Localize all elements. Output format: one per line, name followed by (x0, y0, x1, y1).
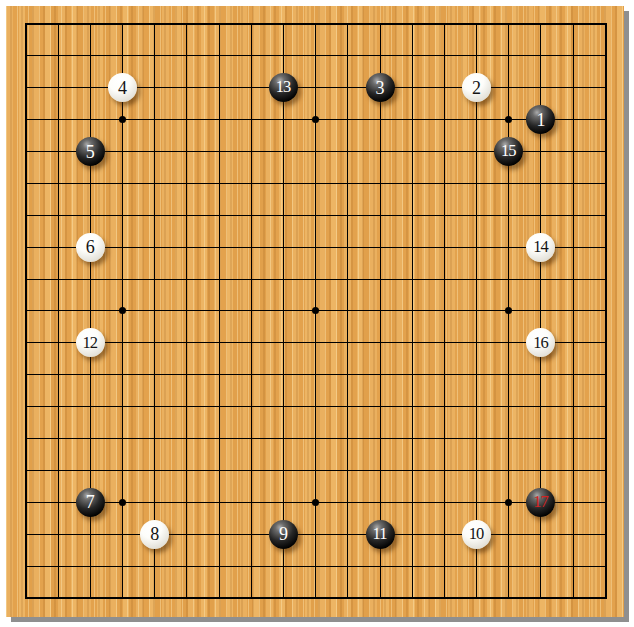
intersection-T11[interactable] (589, 263, 621, 295)
intersection-S13[interactable] (557, 199, 589, 231)
intersection-S10[interactable] (557, 295, 589, 327)
intersection-G15[interactable] (203, 136, 235, 168)
intersection-C17[interactable] (74, 72, 106, 104)
intersection-K6[interactable] (300, 423, 332, 455)
intersection-K16[interactable] (300, 104, 332, 136)
intersection-B15[interactable] (42, 136, 74, 168)
intersection-G5[interactable] (203, 454, 235, 486)
intersection-J15[interactable] (267, 136, 299, 168)
intersection-M4[interactable] (364, 486, 396, 518)
intersection-E7[interactable] (139, 391, 171, 423)
intersection-G3[interactable] (203, 518, 235, 550)
intersection-L7[interactable] (332, 391, 364, 423)
intersection-T16[interactable] (589, 104, 621, 136)
intersection-O16[interactable] (428, 104, 460, 136)
intersection-O14[interactable] (428, 167, 460, 199)
intersection-H17[interactable] (235, 72, 267, 104)
intersection-G6[interactable] (203, 423, 235, 455)
intersection-G2[interactable] (203, 550, 235, 582)
intersection-C6[interactable] (74, 423, 106, 455)
intersection-P11[interactable] (461, 263, 493, 295)
intersection-T19[interactable] (589, 8, 621, 40)
intersection-B2[interactable] (42, 550, 74, 582)
intersection-C16[interactable] (74, 104, 106, 136)
intersection-K13[interactable] (300, 199, 332, 231)
intersection-T5[interactable] (589, 454, 621, 486)
intersection-T2[interactable] (589, 550, 621, 582)
intersection-G1[interactable] (203, 582, 235, 614)
intersection-L18[interactable] (332, 40, 364, 72)
intersection-K2[interactable] (300, 550, 332, 582)
intersection-C15[interactable]: 5 (74, 136, 106, 168)
intersection-O3[interactable] (428, 518, 460, 550)
intersection-T10[interactable] (589, 295, 621, 327)
intersection-E4[interactable] (139, 486, 171, 518)
intersection-P1[interactable] (461, 582, 493, 614)
intersection-F18[interactable] (171, 40, 203, 72)
intersection-G4[interactable] (203, 486, 235, 518)
intersection-J16[interactable] (267, 104, 299, 136)
intersection-Q2[interactable] (493, 550, 525, 582)
intersection-R18[interactable] (525, 40, 557, 72)
intersection-F6[interactable] (171, 423, 203, 455)
intersection-D10[interactable] (106, 295, 138, 327)
intersection-P9[interactable] (461, 327, 493, 359)
intersection-N13[interactable] (396, 199, 428, 231)
intersection-M6[interactable] (364, 423, 396, 455)
intersection-P3[interactable]: 10 (461, 518, 493, 550)
intersection-G10[interactable] (203, 295, 235, 327)
intersection-N12[interactable] (396, 231, 428, 263)
intersection-P14[interactable] (461, 167, 493, 199)
intersection-B16[interactable] (42, 104, 74, 136)
intersection-N11[interactable] (396, 263, 428, 295)
intersection-H13[interactable] (235, 199, 267, 231)
intersection-R11[interactable] (525, 263, 557, 295)
intersection-L2[interactable] (332, 550, 364, 582)
intersection-C12[interactable]: 6 (74, 231, 106, 263)
intersection-G14[interactable] (203, 167, 235, 199)
intersection-H18[interactable] (235, 40, 267, 72)
intersection-H3[interactable] (235, 518, 267, 550)
intersection-F3[interactable] (171, 518, 203, 550)
intersection-K14[interactable] (300, 167, 332, 199)
intersection-S4[interactable] (557, 486, 589, 518)
intersection-C8[interactable] (74, 359, 106, 391)
intersection-J8[interactable] (267, 359, 299, 391)
intersection-D5[interactable] (106, 454, 138, 486)
intersection-H2[interactable] (235, 550, 267, 582)
intersection-C7[interactable] (74, 391, 106, 423)
intersection-P19[interactable] (461, 8, 493, 40)
intersection-E5[interactable] (139, 454, 171, 486)
intersection-L17[interactable] (332, 72, 364, 104)
intersection-O9[interactable] (428, 327, 460, 359)
intersection-G18[interactable] (203, 40, 235, 72)
intersection-B13[interactable] (42, 199, 74, 231)
intersection-C19[interactable] (74, 8, 106, 40)
intersection-O2[interactable] (428, 550, 460, 582)
intersection-B19[interactable] (42, 8, 74, 40)
intersection-J18[interactable] (267, 40, 299, 72)
intersection-M16[interactable] (364, 104, 396, 136)
intersection-R2[interactable] (525, 550, 557, 582)
intersection-G19[interactable] (203, 8, 235, 40)
intersection-F9[interactable] (171, 327, 203, 359)
intersection-F8[interactable] (171, 359, 203, 391)
intersection-B18[interactable] (42, 40, 74, 72)
intersection-L19[interactable] (332, 8, 364, 40)
intersection-R5[interactable] (525, 454, 557, 486)
intersection-F16[interactable] (171, 104, 203, 136)
intersection-F12[interactable] (171, 231, 203, 263)
intersection-P8[interactable] (461, 359, 493, 391)
intersection-Q10[interactable] (493, 295, 525, 327)
intersection-S19[interactable] (557, 8, 589, 40)
intersection-S16[interactable] (557, 104, 589, 136)
intersection-C5[interactable] (74, 454, 106, 486)
intersection-A2[interactable] (10, 550, 42, 582)
intersection-A15[interactable] (10, 136, 42, 168)
intersection-Q14[interactable] (493, 167, 525, 199)
intersection-R12[interactable]: 14 (525, 231, 557, 263)
intersection-S15[interactable] (557, 136, 589, 168)
intersection-L11[interactable] (332, 263, 364, 295)
intersection-F11[interactable] (171, 263, 203, 295)
intersection-Q5[interactable] (493, 454, 525, 486)
intersection-D16[interactable] (106, 104, 138, 136)
intersection-F17[interactable] (171, 72, 203, 104)
intersection-T17[interactable] (589, 72, 621, 104)
intersection-R6[interactable] (525, 423, 557, 455)
intersection-F15[interactable] (171, 136, 203, 168)
intersection-F13[interactable] (171, 199, 203, 231)
intersection-F7[interactable] (171, 391, 203, 423)
intersection-M12[interactable] (364, 231, 396, 263)
intersection-B1[interactable] (42, 582, 74, 614)
intersection-L4[interactable] (332, 486, 364, 518)
intersection-M15[interactable] (364, 136, 396, 168)
intersection-G11[interactable] (203, 263, 235, 295)
intersection-C1[interactable] (74, 582, 106, 614)
intersection-E19[interactable] (139, 8, 171, 40)
intersection-J9[interactable] (267, 327, 299, 359)
intersection-H4[interactable] (235, 486, 267, 518)
intersection-C9[interactable]: 12 (74, 327, 106, 359)
intersection-O17[interactable] (428, 72, 460, 104)
intersection-J14[interactable] (267, 167, 299, 199)
intersection-P18[interactable] (461, 40, 493, 72)
intersection-G9[interactable] (203, 327, 235, 359)
intersection-A17[interactable] (10, 72, 42, 104)
intersection-A1[interactable] (10, 582, 42, 614)
intersection-O15[interactable] (428, 136, 460, 168)
intersection-Q6[interactable] (493, 423, 525, 455)
intersection-N1[interactable] (396, 582, 428, 614)
intersection-K9[interactable] (300, 327, 332, 359)
intersection-H11[interactable] (235, 263, 267, 295)
intersection-L16[interactable] (332, 104, 364, 136)
intersection-B8[interactable] (42, 359, 74, 391)
intersection-H14[interactable] (235, 167, 267, 199)
intersection-S11[interactable] (557, 263, 589, 295)
intersection-P17[interactable]: 2 (461, 72, 493, 104)
intersection-E18[interactable] (139, 40, 171, 72)
intersection-T12[interactable] (589, 231, 621, 263)
intersection-J10[interactable] (267, 295, 299, 327)
intersection-G12[interactable] (203, 231, 235, 263)
intersection-B3[interactable] (42, 518, 74, 550)
intersection-E15[interactable] (139, 136, 171, 168)
intersection-L9[interactable] (332, 327, 364, 359)
intersection-H8[interactable] (235, 359, 267, 391)
intersection-R10[interactable] (525, 295, 557, 327)
intersection-J1[interactable] (267, 582, 299, 614)
intersection-J19[interactable] (267, 8, 299, 40)
intersection-N15[interactable] (396, 136, 428, 168)
intersection-G13[interactable] (203, 199, 235, 231)
intersection-K1[interactable] (300, 582, 332, 614)
intersection-M11[interactable] (364, 263, 396, 295)
intersection-P12[interactable] (461, 231, 493, 263)
intersection-F4[interactable] (171, 486, 203, 518)
intersection-D12[interactable] (106, 231, 138, 263)
intersection-T9[interactable] (589, 327, 621, 359)
intersection-N8[interactable] (396, 359, 428, 391)
intersection-G17[interactable] (203, 72, 235, 104)
intersection-K15[interactable] (300, 136, 332, 168)
intersection-L5[interactable] (332, 454, 364, 486)
intersection-J6[interactable] (267, 423, 299, 455)
intersection-B9[interactable] (42, 327, 74, 359)
intersection-O6[interactable] (428, 423, 460, 455)
intersection-S7[interactable] (557, 391, 589, 423)
intersection-A10[interactable] (10, 295, 42, 327)
intersection-A3[interactable] (10, 518, 42, 550)
intersection-L3[interactable] (332, 518, 364, 550)
intersection-E12[interactable] (139, 231, 171, 263)
intersection-K12[interactable] (300, 231, 332, 263)
intersection-J12[interactable] (267, 231, 299, 263)
intersection-R13[interactable] (525, 199, 557, 231)
intersection-Q19[interactable] (493, 8, 525, 40)
intersection-D17[interactable]: 4 (106, 72, 138, 104)
intersection-O10[interactable] (428, 295, 460, 327)
intersection-P10[interactable] (461, 295, 493, 327)
intersection-A11[interactable] (10, 263, 42, 295)
intersection-T3[interactable] (589, 518, 621, 550)
intersection-P7[interactable] (461, 391, 493, 423)
intersection-G16[interactable] (203, 104, 235, 136)
intersection-C3[interactable] (74, 518, 106, 550)
intersection-A18[interactable] (10, 40, 42, 72)
intersection-S17[interactable] (557, 72, 589, 104)
intersection-N17[interactable] (396, 72, 428, 104)
intersection-N16[interactable] (396, 104, 428, 136)
intersection-A13[interactable] (10, 199, 42, 231)
intersection-N14[interactable] (396, 167, 428, 199)
intersection-A6[interactable] (10, 423, 42, 455)
intersection-H16[interactable] (235, 104, 267, 136)
intersection-M5[interactable] (364, 454, 396, 486)
intersection-N19[interactable] (396, 8, 428, 40)
intersection-N6[interactable] (396, 423, 428, 455)
intersection-E3[interactable]: 8 (139, 518, 171, 550)
intersection-Q3[interactable] (493, 518, 525, 550)
intersection-R9[interactable]: 16 (525, 327, 557, 359)
intersection-M18[interactable] (364, 40, 396, 72)
intersection-T13[interactable] (589, 199, 621, 231)
intersection-A14[interactable] (10, 167, 42, 199)
intersection-H10[interactable] (235, 295, 267, 327)
intersection-E6[interactable] (139, 423, 171, 455)
intersection-F14[interactable] (171, 167, 203, 199)
intersection-T15[interactable] (589, 136, 621, 168)
intersection-M9[interactable] (364, 327, 396, 359)
intersection-D9[interactable] (106, 327, 138, 359)
intersection-L6[interactable] (332, 423, 364, 455)
intersection-R16[interactable]: 1 (525, 104, 557, 136)
intersection-Q7[interactable] (493, 391, 525, 423)
intersection-R8[interactable] (525, 359, 557, 391)
intersection-M13[interactable] (364, 199, 396, 231)
intersection-F5[interactable] (171, 454, 203, 486)
intersection-D11[interactable] (106, 263, 138, 295)
intersection-C13[interactable] (74, 199, 106, 231)
intersection-P6[interactable] (461, 423, 493, 455)
intersection-K18[interactable] (300, 40, 332, 72)
intersection-J5[interactable] (267, 454, 299, 486)
intersection-N10[interactable] (396, 295, 428, 327)
intersection-L12[interactable] (332, 231, 364, 263)
intersection-K17[interactable] (300, 72, 332, 104)
intersection-B10[interactable] (42, 295, 74, 327)
intersection-A12[interactable] (10, 231, 42, 263)
intersection-K10[interactable] (300, 295, 332, 327)
intersection-N5[interactable] (396, 454, 428, 486)
intersection-D15[interactable] (106, 136, 138, 168)
intersection-P4[interactable] (461, 486, 493, 518)
intersection-H7[interactable] (235, 391, 267, 423)
intersection-R17[interactable] (525, 72, 557, 104)
intersection-F2[interactable] (171, 550, 203, 582)
intersection-O4[interactable] (428, 486, 460, 518)
intersection-L13[interactable] (332, 199, 364, 231)
intersection-P5[interactable] (461, 454, 493, 486)
intersection-Q9[interactable] (493, 327, 525, 359)
intersection-M1[interactable] (364, 582, 396, 614)
intersection-B11[interactable] (42, 263, 74, 295)
intersection-P13[interactable] (461, 199, 493, 231)
intersection-D14[interactable] (106, 167, 138, 199)
intersection-T7[interactable] (589, 391, 621, 423)
intersection-D7[interactable] (106, 391, 138, 423)
intersection-A7[interactable] (10, 391, 42, 423)
intersection-R1[interactable] (525, 582, 557, 614)
intersection-J17[interactable]: 13 (267, 72, 299, 104)
intersection-T6[interactable] (589, 423, 621, 455)
intersection-O18[interactable] (428, 40, 460, 72)
intersection-S8[interactable] (557, 359, 589, 391)
intersection-J3[interactable]: 9 (267, 518, 299, 550)
intersection-S18[interactable] (557, 40, 589, 72)
intersection-B5[interactable] (42, 454, 74, 486)
intersection-S12[interactable] (557, 231, 589, 263)
intersection-S5[interactable] (557, 454, 589, 486)
intersection-N18[interactable] (396, 40, 428, 72)
intersection-S1[interactable] (557, 582, 589, 614)
intersection-S14[interactable] (557, 167, 589, 199)
intersection-L10[interactable] (332, 295, 364, 327)
intersection-H9[interactable] (235, 327, 267, 359)
intersection-G8[interactable] (203, 359, 235, 391)
intersection-K8[interactable] (300, 359, 332, 391)
intersection-M3[interactable]: 11 (364, 518, 396, 550)
intersection-A5[interactable] (10, 454, 42, 486)
intersection-Q18[interactable] (493, 40, 525, 72)
intersection-H19[interactable] (235, 8, 267, 40)
intersection-E9[interactable] (139, 327, 171, 359)
intersection-E8[interactable] (139, 359, 171, 391)
intersection-O19[interactable] (428, 8, 460, 40)
intersection-D1[interactable] (106, 582, 138, 614)
intersection-K7[interactable] (300, 391, 332, 423)
intersection-K5[interactable] (300, 454, 332, 486)
intersection-B14[interactable] (42, 167, 74, 199)
intersection-D8[interactable] (106, 359, 138, 391)
intersection-D19[interactable] (106, 8, 138, 40)
intersection-D18[interactable] (106, 40, 138, 72)
intersection-S2[interactable] (557, 550, 589, 582)
intersection-R7[interactable] (525, 391, 557, 423)
intersection-B6[interactable] (42, 423, 74, 455)
intersection-C4[interactable]: 7 (74, 486, 106, 518)
intersection-E10[interactable] (139, 295, 171, 327)
intersection-F19[interactable] (171, 8, 203, 40)
intersection-J11[interactable] (267, 263, 299, 295)
intersection-B4[interactable] (42, 486, 74, 518)
intersection-R15[interactable] (525, 136, 557, 168)
intersection-N4[interactable] (396, 486, 428, 518)
intersection-A9[interactable] (10, 327, 42, 359)
intersection-Q12[interactable] (493, 231, 525, 263)
intersection-Q17[interactable] (493, 72, 525, 104)
intersection-O12[interactable] (428, 231, 460, 263)
intersection-A16[interactable] (10, 104, 42, 136)
intersection-E2[interactable] (139, 550, 171, 582)
intersection-R3[interactable] (525, 518, 557, 550)
intersection-J2[interactable] (267, 550, 299, 582)
intersection-Q8[interactable] (493, 359, 525, 391)
intersection-L1[interactable] (332, 582, 364, 614)
intersection-Q16[interactable] (493, 104, 525, 136)
intersection-H12[interactable] (235, 231, 267, 263)
intersection-L15[interactable] (332, 136, 364, 168)
intersection-O8[interactable] (428, 359, 460, 391)
intersection-K19[interactable] (300, 8, 332, 40)
intersection-C11[interactable] (74, 263, 106, 295)
intersection-T14[interactable] (589, 167, 621, 199)
intersection-M14[interactable] (364, 167, 396, 199)
intersection-P2[interactable] (461, 550, 493, 582)
intersection-M7[interactable] (364, 391, 396, 423)
intersection-O7[interactable] (428, 391, 460, 423)
intersection-B12[interactable] (42, 231, 74, 263)
intersection-J7[interactable] (267, 391, 299, 423)
intersection-H5[interactable] (235, 454, 267, 486)
intersection-N7[interactable] (396, 391, 428, 423)
intersection-A19[interactable] (10, 8, 42, 40)
